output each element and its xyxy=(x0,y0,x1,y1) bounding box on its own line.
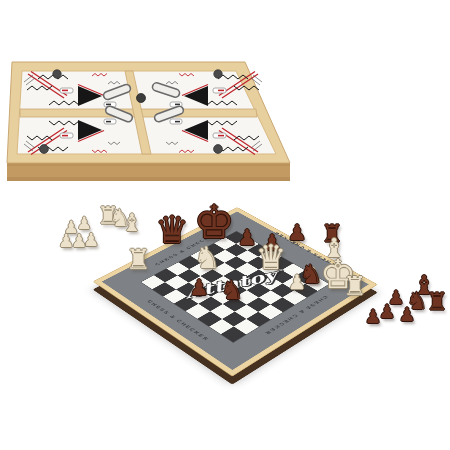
dark-rook: ♜ xyxy=(321,222,343,246)
white-pawn: ♟ xyxy=(76,215,91,232)
dark-pawn: ♟ xyxy=(364,307,381,326)
dark-pawn: ♟ xyxy=(387,288,404,307)
white-bishop: ♝ xyxy=(121,211,143,235)
white-pawn: ♟ xyxy=(71,232,87,250)
white-pawn: ♟ xyxy=(63,219,78,236)
dark-rook: ♜ xyxy=(426,290,448,314)
dark-knight: ♞ xyxy=(406,289,428,313)
slingpuck-board xyxy=(4,58,296,184)
dark-pawn: ♟ xyxy=(378,302,395,321)
dark-bishop: ♝ xyxy=(412,272,435,298)
white-rook: ♜ xyxy=(97,204,119,228)
white-pawn: ♟ xyxy=(83,231,99,249)
trademark-symbol: ™ xyxy=(275,268,284,275)
chessboard: CHESS & CHECKER CHESS & CHECKER CHESS & … xyxy=(93,207,378,376)
white-knight: ♞ xyxy=(109,206,131,230)
chessboard-gray-border: CHESS & CHECKER CHESS & CHECKER CHESS & … xyxy=(102,212,369,370)
slingpuck-front-edge xyxy=(7,163,290,181)
white-pawn: ♟ xyxy=(58,232,74,250)
dark-pawn: ♟ xyxy=(398,305,415,324)
product-image: CHESS & CHECKER CHESS & CHECKER CHESS & … xyxy=(0,0,450,450)
